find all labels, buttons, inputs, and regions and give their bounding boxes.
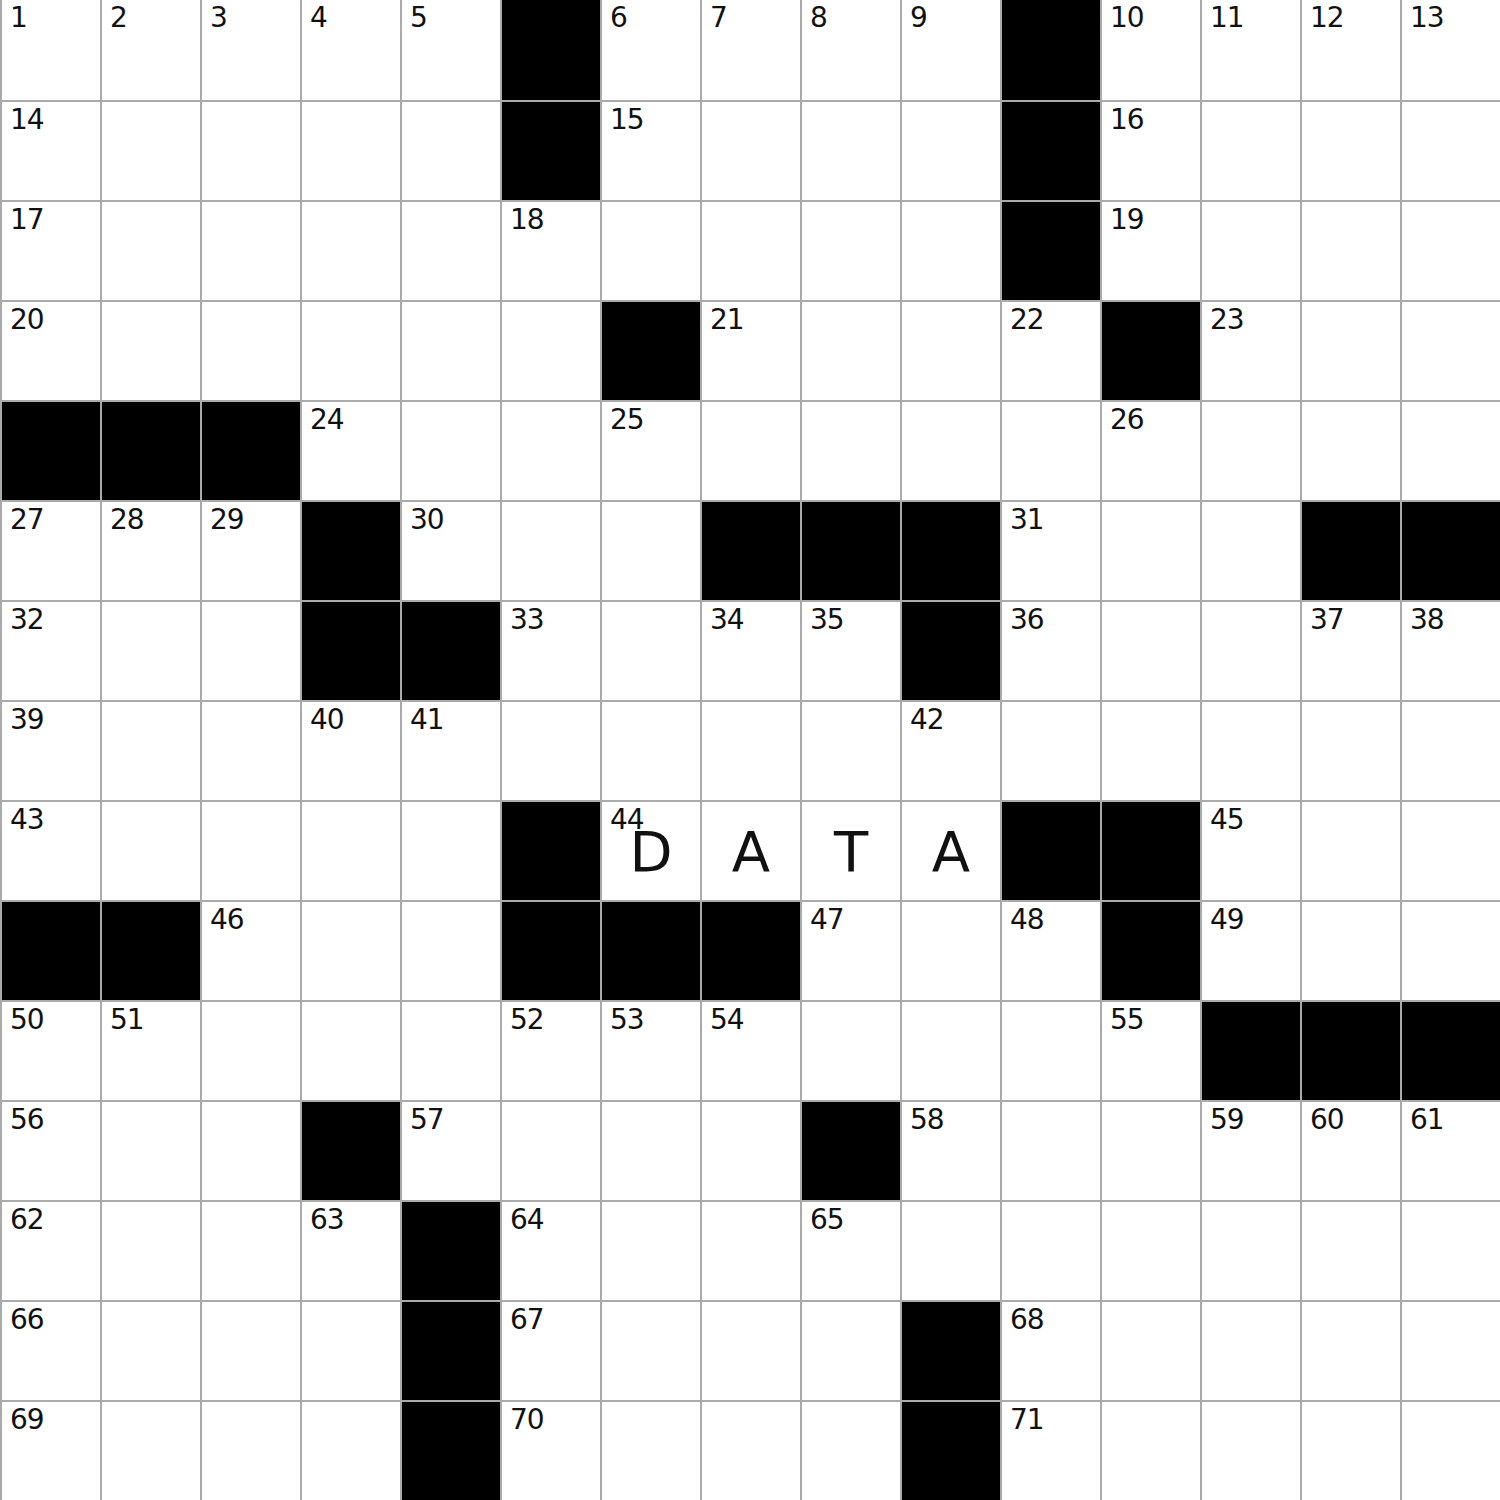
- grid-cell[interactable]: [100, 1100, 200, 1200]
- clue-number: 49: [1210, 905, 1244, 934]
- grid-cell[interactable]: 41: [400, 700, 500, 800]
- grid-cell[interactable]: 24: [300, 400, 400, 500]
- grid-cell[interactable]: [1000, 1100, 1100, 1200]
- grid-cell[interactable]: 22: [1000, 300, 1100, 400]
- grid-cell[interactable]: 11: [1200, 0, 1300, 100]
- clue-number: 21: [710, 305, 744, 334]
- clue-number: 36: [1010, 605, 1044, 634]
- black-cell: [1200, 1000, 1300, 1100]
- grid-cell[interactable]: [500, 700, 600, 800]
- grid-cell[interactable]: A: [700, 800, 800, 900]
- grid-cell[interactable]: [600, 600, 700, 700]
- grid-cell[interactable]: [800, 400, 900, 500]
- grid-cell[interactable]: 62: [0, 1200, 100, 1300]
- clue-number: 22: [1010, 305, 1044, 334]
- grid-cell[interactable]: 57: [400, 1100, 500, 1200]
- grid-cell[interactable]: 51: [100, 1000, 200, 1100]
- grid-cell[interactable]: 28: [100, 500, 200, 600]
- grid-cell[interactable]: [800, 1400, 900, 1500]
- grid-cell[interactable]: [100, 800, 200, 900]
- black-cell: [500, 0, 600, 100]
- grid-cell[interactable]: [1200, 1300, 1300, 1400]
- grid-cell[interactable]: 68: [1000, 1300, 1100, 1400]
- clue-number: 17: [10, 205, 44, 234]
- grid-cell[interactable]: 25: [600, 400, 700, 500]
- black-cell: [900, 1300, 1000, 1400]
- grid-cell[interactable]: [800, 700, 900, 800]
- grid-cell[interactable]: [1400, 1200, 1500, 1300]
- grid-cell[interactable]: [100, 300, 200, 400]
- clue-number: 5: [410, 3, 427, 32]
- black-cell: [600, 900, 700, 1000]
- grid-cell[interactable]: [600, 1200, 700, 1300]
- clue-number: 59: [1210, 1105, 1244, 1134]
- clue-number: 66: [10, 1305, 44, 1334]
- grid-cell[interactable]: 49: [1200, 900, 1300, 1000]
- grid-cell[interactable]: 53: [600, 1000, 700, 1100]
- grid-cell[interactable]: [600, 1300, 700, 1400]
- grid-cell[interactable]: 52: [500, 1000, 600, 1100]
- clue-number: 58: [910, 1105, 944, 1134]
- grid-cell[interactable]: [100, 200, 200, 300]
- grid-cell[interactable]: [1200, 600, 1300, 700]
- grid-cell[interactable]: 12: [1300, 0, 1400, 100]
- grid-cell[interactable]: 37: [1300, 600, 1400, 700]
- grid-cell[interactable]: [200, 1400, 300, 1500]
- grid-cell[interactable]: [300, 200, 400, 300]
- grid-cell[interactable]: 71: [1000, 1400, 1100, 1500]
- clue-number: 33: [510, 605, 544, 634]
- grid-cell[interactable]: A: [900, 800, 1000, 900]
- grid-cell[interactable]: [1200, 200, 1300, 300]
- grid-cell[interactable]: [500, 1100, 600, 1200]
- grid-cell[interactable]: [1200, 1400, 1300, 1500]
- clue-number: 63: [310, 1205, 344, 1234]
- grid-cell[interactable]: 30: [400, 500, 500, 600]
- grid-cell[interactable]: [300, 900, 400, 1000]
- clue-number: 67: [510, 1305, 544, 1334]
- grid-cell[interactable]: [100, 1300, 200, 1400]
- grid-cell[interactable]: 2: [100, 0, 200, 100]
- grid-cell[interactable]: [1400, 1400, 1500, 1500]
- grid-cell[interactable]: [700, 1400, 800, 1500]
- grid-cell[interactable]: [1100, 1200, 1200, 1300]
- cell-letter: A: [702, 802, 800, 900]
- grid-cell[interactable]: [400, 1000, 500, 1100]
- grid-cell[interactable]: [1400, 100, 1500, 200]
- grid-cell[interactable]: [800, 200, 900, 300]
- black-cell: [400, 1300, 500, 1400]
- grid-cell[interactable]: [300, 1400, 400, 1500]
- grid-cell[interactable]: 42: [900, 700, 1000, 800]
- grid-cell[interactable]: [1400, 700, 1500, 800]
- clue-number: 10: [1110, 3, 1144, 32]
- grid-cell[interactable]: [1200, 700, 1300, 800]
- clue-number: 3: [210, 3, 227, 32]
- grid-cell[interactable]: 59: [1200, 1100, 1300, 1200]
- clue-number: 24: [310, 405, 344, 434]
- grid-cell[interactable]: 60: [1300, 1100, 1400, 1200]
- grid-cell[interactable]: [900, 300, 1000, 400]
- clue-number: 14: [10, 105, 44, 134]
- grid-cell[interactable]: 48: [1000, 900, 1100, 1000]
- clue-number: 39: [10, 705, 44, 734]
- clue-number: 69: [10, 1405, 44, 1434]
- grid-cell[interactable]: 17: [0, 200, 100, 300]
- clue-number: 19: [1110, 205, 1144, 234]
- black-cell: [400, 1200, 500, 1300]
- black-cell: [0, 900, 100, 1000]
- grid-cell[interactable]: 7: [700, 0, 800, 100]
- clue-number: 45: [1210, 805, 1244, 834]
- grid-cell[interactable]: 39: [0, 700, 100, 800]
- grid-cell[interactable]: [1400, 900, 1500, 1000]
- grid-cell[interactable]: [300, 1300, 400, 1400]
- black-cell: [600, 300, 700, 400]
- grid-cell[interactable]: [1300, 700, 1400, 800]
- clue-number: 1: [10, 3, 27, 32]
- clue-number: 23: [1210, 305, 1244, 334]
- grid-cell[interactable]: 56: [0, 1100, 100, 1200]
- clue-number: 8: [810, 3, 827, 32]
- clue-number: 57: [410, 1105, 444, 1134]
- grid-cell[interactable]: [1300, 1300, 1400, 1400]
- grid-cell[interactable]: [200, 1300, 300, 1400]
- clue-number: 32: [10, 605, 44, 634]
- grid-cell[interactable]: [200, 300, 300, 400]
- grid-cell[interactable]: 27: [0, 500, 100, 600]
- grid-cell[interactable]: [200, 1200, 300, 1300]
- black-cell: [400, 1400, 500, 1500]
- clue-number: 62: [10, 1205, 44, 1234]
- clue-number: 44: [610, 805, 644, 834]
- grid-cell[interactable]: [700, 700, 800, 800]
- black-cell: [300, 600, 400, 700]
- grid-cell[interactable]: [600, 1400, 700, 1500]
- grid-cell[interactable]: [800, 1300, 900, 1400]
- grid-cell[interactable]: [700, 1100, 800, 1200]
- grid-cell[interactable]: [1100, 500, 1200, 600]
- black-cell: [900, 600, 1000, 700]
- black-cell: [400, 600, 500, 700]
- clue-number: 30: [410, 505, 444, 534]
- grid-cell[interactable]: [1400, 400, 1500, 500]
- grid-cell[interactable]: [1300, 900, 1400, 1000]
- grid-cell[interactable]: [1000, 400, 1100, 500]
- grid-cell[interactable]: 9: [900, 0, 1000, 100]
- grid-cell[interactable]: [1300, 100, 1400, 200]
- grid-cell[interactable]: 20: [0, 300, 100, 400]
- grid-cell[interactable]: 6: [600, 0, 700, 100]
- grid-cell[interactable]: 63: [300, 1200, 400, 1300]
- clue-number: 40: [310, 705, 344, 734]
- grid-cell[interactable]: [1100, 1400, 1200, 1500]
- grid-cell[interactable]: [1300, 1200, 1400, 1300]
- grid-cell[interactable]: 4: [300, 0, 400, 100]
- grid-cell[interactable]: 55: [1100, 1000, 1200, 1100]
- clue-number: 41: [410, 705, 444, 734]
- grid-cell[interactable]: [300, 1000, 400, 1100]
- clue-number: 11: [1210, 3, 1244, 32]
- grid-cell[interactable]: [300, 100, 400, 200]
- clue-number: 47: [810, 905, 844, 934]
- clue-number: 28: [110, 505, 144, 534]
- clue-number: 68: [1010, 1305, 1044, 1334]
- clue-number: 56: [10, 1105, 44, 1134]
- grid-cell[interactable]: [600, 1100, 700, 1200]
- grid-cell[interactable]: [800, 100, 900, 200]
- black-cell: [1000, 800, 1100, 900]
- grid-cell[interactable]: [300, 800, 400, 900]
- clue-number: 13: [1410, 3, 1444, 32]
- clue-number: 54: [710, 1005, 744, 1034]
- black-cell: [1100, 800, 1200, 900]
- grid-cell[interactable]: [1100, 600, 1200, 700]
- grid-cell[interactable]: [200, 200, 300, 300]
- clue-number: 16: [1110, 105, 1144, 134]
- clue-number: 51: [110, 1005, 144, 1034]
- black-cell: [800, 1100, 900, 1200]
- black-cell: [500, 800, 600, 900]
- clue-number: 37: [1310, 605, 1344, 634]
- grid-cell[interactable]: [1400, 800, 1500, 900]
- black-cell: [1300, 1000, 1400, 1100]
- grid-cell[interactable]: 15: [600, 100, 700, 200]
- grid-cell[interactable]: [500, 300, 600, 400]
- grid-cell[interactable]: 44D: [600, 800, 700, 900]
- clue-number: 9: [910, 3, 927, 32]
- grid-cell[interactable]: 58: [900, 1100, 1000, 1200]
- clue-number: 48: [1010, 905, 1044, 934]
- grid-cell[interactable]: 50: [0, 1000, 100, 1100]
- black-cell: [100, 400, 200, 500]
- grid-cell[interactable]: [600, 700, 700, 800]
- grid-cell[interactable]: [200, 100, 300, 200]
- grid-cell[interactable]: [200, 1000, 300, 1100]
- grid-cell[interactable]: 19: [1100, 200, 1200, 300]
- grid-cell[interactable]: [700, 400, 800, 500]
- grid-cell[interactable]: 13: [1400, 0, 1500, 100]
- grid-cell[interactable]: 10: [1100, 0, 1200, 100]
- grid-cell[interactable]: [400, 800, 500, 900]
- black-cell: [300, 1100, 400, 1200]
- grid-cell[interactable]: [600, 500, 700, 600]
- grid-cell[interactable]: [200, 700, 300, 800]
- grid-cell[interactable]: [1000, 1200, 1100, 1300]
- clue-number: 18: [510, 205, 544, 234]
- crossword-board: 1234567891011121314151617181920212223242…: [0, 0, 1500, 1500]
- grid-cell[interactable]: [700, 1300, 800, 1400]
- black-cell: [800, 500, 900, 600]
- grid-cell[interactable]: 1: [0, 0, 100, 100]
- grid-cell[interactable]: 31: [1000, 500, 1100, 600]
- clue-number: 61: [1410, 1105, 1444, 1134]
- grid-cell[interactable]: 61: [1400, 1100, 1500, 1200]
- grid-cell[interactable]: 43: [0, 800, 100, 900]
- grid-cell[interactable]: [100, 700, 200, 800]
- clue-number: 26: [1110, 405, 1144, 434]
- clue-number: 50: [10, 1005, 44, 1034]
- grid-cell[interactable]: [1100, 1100, 1200, 1200]
- black-cell: [1000, 100, 1100, 200]
- grid-cell[interactable]: 40: [300, 700, 400, 800]
- clue-number: 52: [510, 1005, 544, 1034]
- grid-cell[interactable]: 8: [800, 0, 900, 100]
- cell-letter: A: [902, 802, 1000, 900]
- clue-number: 53: [610, 1005, 644, 1034]
- black-cell: [500, 900, 600, 1000]
- grid-cell[interactable]: [1300, 200, 1400, 300]
- grid-cell[interactable]: [300, 300, 400, 400]
- black-cell: [900, 1400, 1000, 1500]
- clue-number: 60: [1310, 1105, 1344, 1134]
- grid-cell[interactable]: [1100, 700, 1200, 800]
- grid-cell[interactable]: [900, 100, 1000, 200]
- grid-cell[interactable]: 64: [500, 1200, 600, 1300]
- grid-cell[interactable]: [100, 1400, 200, 1500]
- grid-cell[interactable]: [900, 400, 1000, 500]
- black-cell: [500, 100, 600, 200]
- grid-cell[interactable]: [100, 1200, 200, 1300]
- grid-cell[interactable]: 33: [500, 600, 600, 700]
- clue-number: 12: [1310, 3, 1344, 32]
- grid-cell[interactable]: [900, 1000, 1000, 1100]
- clue-number: 27: [10, 505, 44, 534]
- grid-cell[interactable]: 69: [0, 1400, 100, 1500]
- clue-number: 34: [710, 605, 744, 634]
- clue-number: 2: [110, 3, 127, 32]
- clue-number: 7: [710, 3, 727, 32]
- grid-cell[interactable]: 36: [1000, 600, 1100, 700]
- grid-cell[interactable]: 46: [200, 900, 300, 1000]
- black-cell: [0, 400, 100, 500]
- grid-cell[interactable]: 67: [500, 1300, 600, 1400]
- grid-cell[interactable]: [1400, 200, 1500, 300]
- grid-cell[interactable]: [800, 1000, 900, 1100]
- grid-cell[interactable]: [400, 900, 500, 1000]
- grid-cell[interactable]: 70: [500, 1400, 600, 1500]
- clue-number: 42: [910, 705, 944, 734]
- clue-number: 29: [210, 505, 244, 534]
- black-cell: [300, 500, 400, 600]
- black-cell: [1100, 300, 1200, 400]
- clue-number: 4: [310, 3, 327, 32]
- black-cell: [1400, 1000, 1500, 1100]
- grid-cell[interactable]: [100, 100, 200, 200]
- grid-cell[interactable]: [600, 200, 700, 300]
- grid-cell[interactable]: [900, 200, 1000, 300]
- grid-cell[interactable]: [1400, 1300, 1500, 1400]
- clue-number: 64: [510, 1205, 544, 1234]
- grid-cell[interactable]: 34: [700, 600, 800, 700]
- grid-cell[interactable]: [700, 100, 800, 200]
- grid-cell[interactable]: [1200, 100, 1300, 200]
- grid-cell[interactable]: 65: [800, 1200, 900, 1300]
- black-cell: [700, 900, 800, 1000]
- clue-number: 55: [1110, 1005, 1144, 1034]
- grid-cell[interactable]: [1300, 400, 1400, 500]
- cell-letter: T: [802, 802, 900, 900]
- black-cell: [1000, 0, 1100, 100]
- clue-number: 6: [610, 3, 627, 32]
- grid-cell[interactable]: [400, 300, 500, 400]
- grid-cell[interactable]: 38: [1400, 600, 1500, 700]
- clue-number: 25: [610, 405, 644, 434]
- clue-number: 70: [510, 1405, 544, 1434]
- clue-number: 43: [10, 805, 44, 834]
- grid-cell[interactable]: T: [800, 800, 900, 900]
- grid-cell[interactable]: [200, 1100, 300, 1200]
- black-cell: [1000, 200, 1100, 300]
- grid-cell[interactable]: [1200, 500, 1300, 600]
- grid-cell[interactable]: 14: [0, 100, 100, 200]
- grid-cell[interactable]: [1000, 700, 1100, 800]
- grid-cell[interactable]: 5: [400, 0, 500, 100]
- clue-number: 20: [10, 305, 44, 334]
- black-cell: [200, 400, 300, 500]
- black-cell: [900, 500, 1000, 600]
- grid-cell[interactable]: [900, 1200, 1000, 1300]
- grid-cell[interactable]: 45: [1200, 800, 1300, 900]
- grid-cell[interactable]: [500, 400, 600, 500]
- grid-cell[interactable]: [1300, 1400, 1400, 1500]
- grid-cell[interactable]: 23: [1200, 300, 1300, 400]
- grid-cell[interactable]: [500, 500, 600, 600]
- grid-cell[interactable]: [700, 200, 800, 300]
- grid-cell[interactable]: [1200, 400, 1300, 500]
- clue-number: 71: [1010, 1405, 1044, 1434]
- black-cell: [100, 900, 200, 1000]
- clue-number: 65: [810, 1205, 844, 1234]
- grid-cell[interactable]: [800, 300, 900, 400]
- clue-number: 46: [210, 905, 244, 934]
- grid-cell[interactable]: [700, 1200, 800, 1300]
- clue-number: 35: [810, 605, 844, 634]
- grid-cell[interactable]: [200, 800, 300, 900]
- grid-cell[interactable]: 47: [800, 900, 900, 1000]
- grid-cell[interactable]: 26: [1100, 400, 1200, 500]
- grid-cell[interactable]: 18: [500, 200, 600, 300]
- grid-cell[interactable]: [100, 600, 200, 700]
- grid-cell[interactable]: 29: [200, 500, 300, 600]
- grid-cell[interactable]: [400, 400, 500, 500]
- grid-cell[interactable]: 16: [1100, 100, 1200, 200]
- grid-cell[interactable]: [1300, 300, 1400, 400]
- grid-cell[interactable]: [1300, 800, 1400, 900]
- clue-number: 31: [1010, 505, 1044, 534]
- grid-cell[interactable]: [400, 100, 500, 200]
- grid-cell[interactable]: [400, 200, 500, 300]
- grid-cell[interactable]: 66: [0, 1300, 100, 1400]
- grid-cell[interactable]: [1200, 1200, 1300, 1300]
- clue-number: 38: [1410, 605, 1444, 634]
- black-cell: [700, 500, 800, 600]
- grid-cell[interactable]: 3: [200, 0, 300, 100]
- grid-cell[interactable]: [900, 900, 1000, 1000]
- grid-cell[interactable]: 35: [800, 600, 900, 700]
- black-cell: [1400, 500, 1500, 600]
- grid-cell[interactable]: [200, 600, 300, 700]
- black-cell: [1300, 500, 1400, 600]
- grid-cell[interactable]: [1400, 300, 1500, 400]
- grid-cell[interactable]: [1000, 1000, 1100, 1100]
- grid-cell[interactable]: 54: [700, 1000, 800, 1100]
- clue-number: 15: [610, 105, 644, 134]
- grid-cell[interactable]: [1100, 1300, 1200, 1400]
- grid-cell[interactable]: 21: [700, 300, 800, 400]
- black-cell: [1100, 900, 1200, 1000]
- grid-cell[interactable]: 32: [0, 600, 100, 700]
